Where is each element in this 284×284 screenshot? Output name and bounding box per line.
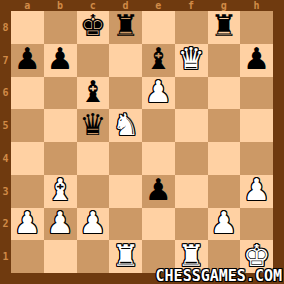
rank-label-7: 7 [0,44,11,77]
piece-white-queen[interactable]: ♛ [178,44,205,74]
square-h8[interactable] [240,11,273,44]
square-b5[interactable] [44,109,77,142]
piece-black-pawn[interactable]: ♟ [243,44,270,74]
square-c4[interactable] [77,142,110,175]
piece-black-rook[interactable]: ♜ [112,11,139,41]
square-h7[interactable]: ♟ [240,44,273,77]
file-label-b: b [44,0,77,11]
piece-white-pawn[interactable]: ♟ [243,175,270,205]
square-a3[interactable] [11,175,44,208]
square-c5[interactable]: ♛ [77,109,110,142]
file-label-f: f [175,0,208,11]
piece-white-bishop[interactable]: ♝ [47,175,74,205]
square-d1[interactable]: ♜ [109,240,142,273]
piece-white-pawn[interactable]: ♟ [47,208,74,238]
piece-white-rook[interactable]: ♜ [112,241,139,271]
square-c3[interactable] [77,175,110,208]
piece-black-bishop[interactable]: ♝ [79,77,106,107]
square-g5[interactable] [208,109,241,142]
square-b6[interactable] [44,77,77,110]
square-a4[interactable] [11,142,44,175]
square-e8[interactable] [142,11,175,44]
square-a7[interactable]: ♟ [11,44,44,77]
watermark: CHESSGAMES.COM [156,269,282,284]
square-h3[interactable]: ♟ [240,175,273,208]
square-g4[interactable] [208,142,241,175]
square-b2[interactable]: ♟ [44,208,77,241]
square-a1[interactable] [11,240,44,273]
chess-board[interactable]: ♚♜♜♟♟♝♛♟♝♟♛♞♝♟♟♟♟♟♟♜♜♚ [11,11,273,273]
piece-black-bishop[interactable]: ♝ [145,44,172,74]
rank-label-1: 1 [0,240,11,273]
square-e2[interactable] [142,208,175,241]
square-d2[interactable] [109,208,142,241]
square-h5[interactable] [240,109,273,142]
piece-white-pawn[interactable]: ♟ [210,208,237,238]
square-c6[interactable]: ♝ [77,77,110,110]
chess-diagram: abcdefgh 87654321 ♚♜♜♟♟♝♛♟♝♟♛♞♝♟♟♟♟♟♟♜♜♚… [0,0,284,284]
square-f7[interactable]: ♛ [175,44,208,77]
square-c8[interactable]: ♚ [77,11,110,44]
square-a2[interactable]: ♟ [11,208,44,241]
piece-black-king[interactable]: ♚ [79,11,106,41]
piece-black-queen[interactable]: ♛ [79,110,106,140]
square-b4[interactable] [44,142,77,175]
square-f4[interactable] [175,142,208,175]
square-g2[interactable]: ♟ [208,208,241,241]
square-b7[interactable]: ♟ [44,44,77,77]
file-label-e: e [142,0,175,11]
file-label-a: a [11,0,44,11]
piece-black-pawn[interactable]: ♟ [14,44,41,74]
square-a6[interactable] [11,77,44,110]
square-b8[interactable] [44,11,77,44]
rank-label-8: 8 [0,11,11,44]
square-d7[interactable] [109,44,142,77]
square-h4[interactable] [240,142,273,175]
square-g6[interactable] [208,77,241,110]
square-d6[interactable] [109,77,142,110]
file-label-h: h [240,0,273,11]
square-e4[interactable] [142,142,175,175]
piece-black-pawn[interactable]: ♟ [47,44,74,74]
rank-label-4: 4 [0,142,11,175]
rank-label-2: 2 [0,207,11,240]
square-f6[interactable] [175,77,208,110]
piece-black-rook[interactable]: ♜ [210,11,237,41]
square-c2[interactable]: ♟ [77,208,110,241]
square-e7[interactable]: ♝ [142,44,175,77]
square-g3[interactable] [208,175,241,208]
square-a8[interactable] [11,11,44,44]
square-f5[interactable] [175,109,208,142]
piece-white-pawn[interactable]: ♟ [79,208,106,238]
square-b1[interactable] [44,240,77,273]
square-d4[interactable] [109,142,142,175]
square-b3[interactable]: ♝ [44,175,77,208]
piece-black-pawn[interactable]: ♟ [145,175,172,205]
square-e5[interactable] [142,109,175,142]
square-e6[interactable]: ♟ [142,77,175,110]
piece-white-knight[interactable]: ♞ [112,110,139,140]
square-h2[interactable] [240,208,273,241]
square-c7[interactable] [77,44,110,77]
piece-white-pawn[interactable]: ♟ [145,77,172,107]
square-d3[interactable] [109,175,142,208]
square-f3[interactable] [175,175,208,208]
square-g7[interactable] [208,44,241,77]
square-d8[interactable]: ♜ [109,11,142,44]
square-c1[interactable] [77,240,110,273]
square-g8[interactable]: ♜ [208,11,241,44]
rank-label-3: 3 [0,175,11,208]
piece-white-pawn[interactable]: ♟ [14,208,41,238]
square-d5[interactable]: ♞ [109,109,142,142]
square-e3[interactable]: ♟ [142,175,175,208]
rank-label-5: 5 [0,109,11,142]
square-f8[interactable] [175,11,208,44]
square-f2[interactable] [175,208,208,241]
square-a5[interactable] [11,109,44,142]
square-h6[interactable] [240,77,273,110]
rank-label-6: 6 [0,76,11,109]
